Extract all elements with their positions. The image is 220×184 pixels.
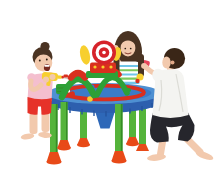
girl-left-hand xyxy=(43,77,49,83)
girl-middle-eye-right xyxy=(130,48,132,50)
table-foot-base xyxy=(47,159,62,164)
boy-ear xyxy=(171,61,175,65)
girl-left-hand xyxy=(50,74,56,80)
table-foot-base xyxy=(57,146,71,151)
housing-knob xyxy=(101,65,104,68)
table-foot-base xyxy=(112,158,127,163)
housing-knob xyxy=(93,65,96,68)
tank-stripe xyxy=(117,65,140,67)
girl-left-eye xyxy=(46,59,48,61)
product-photo xyxy=(0,0,220,184)
girl-left-leg xyxy=(30,112,38,134)
table-leg-shade xyxy=(66,102,68,142)
housing-knob xyxy=(109,65,112,68)
table-leg-shade xyxy=(56,104,58,152)
tank-stripe xyxy=(117,69,140,71)
bullseye-dot xyxy=(102,51,106,55)
boy-face-sliver xyxy=(162,57,170,69)
red-knob xyxy=(135,79,139,83)
table-leg-shade xyxy=(121,104,123,151)
girl-middle-eye-left xyxy=(124,48,126,50)
table-foot-base xyxy=(77,143,90,147)
boy-hand xyxy=(141,63,147,69)
girl-left-hair-bun xyxy=(40,42,49,51)
girl-left-teeth xyxy=(44,65,49,67)
water-squirter-tip xyxy=(62,76,64,79)
water-squirter-nozzle xyxy=(58,76,63,79)
girl-left-eye xyxy=(39,60,41,62)
table-foot-base xyxy=(126,142,139,146)
crane-rod-grip xyxy=(64,75,69,78)
